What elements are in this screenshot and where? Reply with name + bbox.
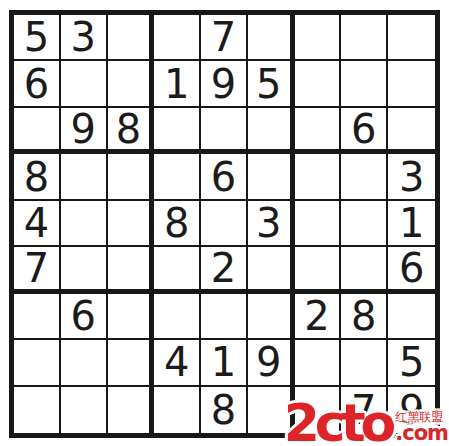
cell-r2c8: [341, 61, 388, 107]
watermark-domain-suffix: .com: [395, 424, 448, 444]
cell-r3c5: [201, 108, 248, 154]
cell-r7c8: 8: [341, 294, 388, 340]
cell-r4c3: [108, 154, 155, 200]
cell-r3c2: 9: [61, 108, 108, 154]
cell-r2c2: [61, 61, 108, 107]
cell-r6c3: [108, 247, 155, 293]
cell-r5c4: 8: [154, 201, 201, 247]
cell-r4c2: [61, 154, 108, 200]
cell-r8c8: [341, 340, 388, 386]
cell-r4c7: [295, 154, 342, 200]
cell-r8c1: [14, 340, 61, 386]
cell-r5c7: [295, 201, 342, 247]
watermark-2cto: 2cto 红黑联盟 .com: [284, 403, 448, 444]
cell-r8c4: 4: [154, 340, 201, 386]
cell-r7c2: 6: [61, 294, 108, 340]
cell-r2c5: 9: [201, 61, 248, 107]
cell-r6c5: 2: [201, 247, 248, 293]
cell-r2c9: [388, 61, 435, 107]
cell-r3c6: [248, 108, 295, 154]
cell-r1c8: [341, 15, 388, 61]
cell-r8c9: 5: [388, 340, 435, 386]
cell-r1c5: 7: [201, 15, 248, 61]
cell-r1c3: [108, 15, 155, 61]
cell-r4c4: [154, 154, 201, 200]
cell-r3c8: 6: [341, 108, 388, 154]
sudoku-puzzle-image: 537619598686348317266284195879 2cto 红黑联盟…: [0, 0, 449, 446]
cell-r2c7: [295, 61, 342, 107]
cell-r5c2: [61, 201, 108, 247]
cell-r6c4: [154, 247, 201, 293]
cell-r5c6: 3: [248, 201, 295, 247]
cell-r6c9: 6: [388, 247, 435, 293]
cell-r6c8: [341, 247, 388, 293]
cell-r7c9: [388, 294, 435, 340]
cell-r8c2: [61, 340, 108, 386]
cell-r4c9: 3: [388, 154, 435, 200]
cell-r4c1: 8: [14, 154, 61, 200]
cell-r2c6: 5: [248, 61, 295, 107]
cell-r7c3: [108, 294, 155, 340]
cell-r1c9: [388, 15, 435, 61]
cell-r6c2: [61, 247, 108, 293]
cell-r4c6: [248, 154, 295, 200]
cell-r6c7: [295, 247, 342, 293]
cell-r3c1: [14, 108, 61, 154]
cell-r8c6: 9: [248, 340, 295, 386]
cell-r9c5: 8: [201, 387, 248, 433]
cell-r5c8: [341, 201, 388, 247]
cell-r7c4: [154, 294, 201, 340]
cell-r1c6: [248, 15, 295, 61]
cell-r2c4: 1: [154, 61, 201, 107]
cell-r9c4: [154, 387, 201, 433]
cell-r3c3: 8: [108, 108, 155, 154]
cell-r5c9: 1: [388, 201, 435, 247]
cell-r7c5: [201, 294, 248, 340]
watermark-brand-text: 2cto: [284, 403, 396, 444]
cell-r6c6: [248, 247, 295, 293]
cell-r6c1: 7: [14, 247, 61, 293]
cell-r3c4: [154, 108, 201, 154]
cell-r5c1: 4: [14, 201, 61, 247]
cell-r3c9: [388, 108, 435, 154]
watermark-right-column: 红黑联盟 .com: [395, 411, 448, 444]
cell-r7c6: [248, 294, 295, 340]
sudoku-board: 537619598686348317266284195879: [9, 10, 440, 438]
cell-r2c1: 6: [14, 61, 61, 107]
cell-r5c5: [201, 201, 248, 247]
cell-r8c7: [295, 340, 342, 386]
cell-r2c3: [108, 61, 155, 107]
cell-r9c2: [61, 387, 108, 433]
cell-r5c3: [108, 201, 155, 247]
cell-r4c5: 6: [201, 154, 248, 200]
cell-r1c7: [295, 15, 342, 61]
cell-r7c7: 2: [295, 294, 342, 340]
cell-r9c1: [14, 387, 61, 433]
cell-r8c5: 1: [201, 340, 248, 386]
cell-r1c2: 3: [61, 15, 108, 61]
cell-r8c3: [108, 340, 155, 386]
cell-r7c1: [14, 294, 61, 340]
cell-r4c8: [341, 154, 388, 200]
cell-r3c7: [295, 108, 342, 154]
cell-r1c4: [154, 15, 201, 61]
cell-r1c1: 5: [14, 15, 61, 61]
cell-r9c3: [108, 387, 155, 433]
